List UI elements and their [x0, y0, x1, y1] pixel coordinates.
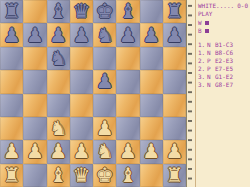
square-f5[interactable]: [116, 70, 139, 93]
black-pawn-piece[interactable]: ♟: [26, 24, 44, 47]
player-row-b: B: [198, 28, 248, 33]
black-rook-piece[interactable]: ♜: [165, 0, 183, 23]
square-f2[interactable]: ♟: [116, 140, 139, 163]
chess-app-window: ♜♝♛♚♝♜♟♟♟♟♞♟♟♟♞♟♞♟♟♟♟♟♞♟♟♟♜♝♛♚♝♜ WHITE..…: [0, 0, 250, 187]
notation-panel: WHITE..... 0-0 PLAY WB 1.NB1-C31.NB8-C62…: [186, 0, 250, 187]
move-row[interactable]: 3.NG8-E7: [198, 80, 248, 88]
square-h3[interactable]: [163, 117, 186, 140]
white-bishop-piece[interactable]: ♝: [119, 164, 137, 187]
square-c8[interactable]: ♝: [47, 0, 70, 23]
move-text: E7-E5: [215, 65, 248, 72]
black-queen-piece[interactable]: ♛: [72, 0, 90, 23]
square-d5[interactable]: [70, 70, 93, 93]
move-text: G8-E7: [215, 81, 248, 88]
white-bishop-piece[interactable]: ♝: [49, 164, 67, 187]
square-f6[interactable]: [116, 47, 139, 70]
square-c3[interactable]: ♞: [47, 117, 70, 140]
square-g6[interactable]: [140, 47, 163, 70]
square-a8[interactable]: ♜: [0, 0, 23, 23]
black-pawn-piece[interactable]: ♟: [49, 24, 67, 47]
player-label: W: [198, 19, 202, 26]
square-g8[interactable]: [140, 0, 163, 23]
square-f4[interactable]: [116, 94, 139, 117]
move-number: 1.: [198, 41, 207, 48]
white-rook-piece[interactable]: ♜: [3, 164, 21, 187]
square-d4[interactable]: [70, 94, 93, 117]
square-b1[interactable]: [23, 164, 46, 187]
square-h1[interactable]: ♜: [163, 164, 186, 187]
square-b5[interactable]: [23, 70, 46, 93]
spiral-binding: [188, 0, 196, 187]
square-c5[interactable]: [47, 70, 70, 93]
panel-content: WHITE..... 0-0 PLAY WB 1.NB1-C31.NB8-C62…: [196, 0, 250, 187]
side-to-move-label: WHITE.....: [198, 2, 234, 9]
move-row[interactable]: 3.NG1-E2: [198, 72, 248, 80]
square-b2[interactable]: ♟: [23, 140, 46, 163]
square-d1[interactable]: ♛: [70, 164, 93, 187]
white-pawn-piece[interactable]: ♟: [96, 117, 114, 140]
move-row[interactable]: 2.PE2-E3: [198, 56, 248, 64]
black-pawn-piece[interactable]: ♟: [165, 24, 183, 47]
square-d7[interactable]: ♟: [70, 23, 93, 46]
square-a7[interactable]: ♟: [0, 23, 23, 46]
square-a1[interactable]: ♜: [0, 164, 23, 187]
square-b4[interactable]: [23, 94, 46, 117]
black-pawn-piece[interactable]: ♟: [72, 24, 90, 47]
square-e1[interactable]: ♚: [93, 164, 116, 187]
black-pawn-piece[interactable]: ♟: [119, 24, 137, 47]
white-rook-piece[interactable]: ♜: [165, 164, 183, 187]
square-c1[interactable]: ♝: [47, 164, 70, 187]
square-e8[interactable]: ♚: [93, 0, 116, 23]
square-e2[interactable]: ♞: [93, 140, 116, 163]
square-g2[interactable]: ♟: [140, 140, 163, 163]
move-piece-letter: N: [207, 49, 215, 56]
white-king-piece[interactable]: ♚: [96, 164, 114, 187]
square-c6[interactable]: ♞: [47, 47, 70, 70]
square-h7[interactable]: ♟: [163, 23, 186, 46]
player-swatch-icon: [205, 29, 209, 33]
move-piece-letter: N: [207, 73, 215, 80]
white-pawn-piece[interactable]: ♟: [142, 140, 160, 163]
square-b6[interactable]: [23, 47, 46, 70]
white-pawn-piece[interactable]: ♟: [3, 140, 21, 163]
move-piece-letter: P: [207, 57, 215, 64]
move-row[interactable]: 2.PE7-E5: [198, 64, 248, 72]
move-text: E2-E3: [215, 57, 248, 64]
player-row-w: W: [198, 20, 248, 25]
chess-board[interactable]: ♜♝♛♚♝♜♟♟♟♟♞♟♟♟♞♟♞♟♟♟♟♟♞♟♟♟♜♝♛♚♝♜: [0, 0, 186, 187]
square-c2[interactable]: ♟: [47, 140, 70, 163]
square-g4[interactable]: [140, 94, 163, 117]
move-number: 2.: [198, 57, 207, 64]
move-piece-letter: P: [207, 65, 215, 72]
player-swatch-icon: [205, 21, 209, 25]
move-text: B1-C3: [215, 41, 248, 48]
square-a3[interactable]: [0, 117, 23, 140]
square-b8[interactable]: [23, 0, 46, 23]
square-d2[interactable]: ♟: [70, 140, 93, 163]
move-text: B8-C6: [215, 49, 248, 56]
white-pawn-piece[interactable]: ♟: [26, 140, 44, 163]
black-pawn-piece[interactable]: ♟: [3, 24, 21, 47]
square-h5[interactable]: [163, 70, 186, 93]
player-rows: WB: [198, 20, 248, 33]
square-e6[interactable]: [93, 47, 116, 70]
white-pawn-piece[interactable]: ♟: [72, 140, 90, 163]
square-a5[interactable]: [0, 70, 23, 93]
square-e7[interactable]: ♞: [93, 23, 116, 46]
square-b3[interactable]: [23, 117, 46, 140]
square-d3[interactable]: [70, 117, 93, 140]
white-queen-piece[interactable]: ♛: [72, 164, 90, 187]
square-d6[interactable]: [70, 47, 93, 70]
score-label: 0-0: [237, 2, 248, 9]
black-knight-piece[interactable]: ♞: [49, 47, 67, 70]
move-piece-letter: N: [207, 81, 215, 88]
square-g7[interactable]: ♟: [140, 23, 163, 46]
square-h6[interactable]: [163, 47, 186, 70]
square-h8[interactable]: ♜: [163, 0, 186, 23]
square-f8[interactable]: ♝: [116, 0, 139, 23]
move-number: 1.: [198, 49, 207, 56]
square-e5[interactable]: ♟: [93, 70, 116, 93]
square-h2[interactable]: ♟: [163, 140, 186, 163]
square-f7[interactable]: ♟: [116, 23, 139, 46]
white-pawn-piece[interactable]: ♟: [165, 140, 183, 163]
square-e4[interactable]: [93, 94, 116, 117]
move-number: 2.: [198, 65, 207, 72]
move-number: 3.: [198, 73, 207, 80]
panel-header: WHITE..... 0-0: [198, 2, 248, 9]
square-f3[interactable]: [116, 117, 139, 140]
black-rook-piece[interactable]: ♜: [3, 0, 21, 23]
black-pawn-piece[interactable]: ♟: [96, 70, 114, 93]
white-pawn-piece[interactable]: ♟: [49, 140, 67, 163]
move-piece-letter: N: [207, 41, 215, 48]
black-pawn-piece[interactable]: ♟: [142, 24, 160, 47]
square-b7[interactable]: ♟: [23, 23, 46, 46]
square-h4[interactable]: [163, 94, 186, 117]
square-f1[interactable]: ♝: [116, 164, 139, 187]
square-g5[interactable]: [140, 70, 163, 93]
move-text: G1-E2: [215, 73, 248, 80]
square-d8[interactable]: ♛: [70, 0, 93, 23]
square-a6[interactable]: [0, 47, 23, 70]
square-a4[interactable]: [0, 94, 23, 117]
black-bishop-piece[interactable]: ♝: [119, 0, 137, 23]
square-a2[interactable]: ♟: [0, 140, 23, 163]
square-c4[interactable]: [47, 94, 70, 117]
square-c7[interactable]: ♟: [47, 23, 70, 46]
move-row[interactable]: 1.NB8-C6: [198, 48, 248, 56]
square-e3[interactable]: ♟: [93, 117, 116, 140]
square-g1[interactable]: [140, 164, 163, 187]
mode-label[interactable]: PLAY: [198, 10, 248, 17]
player-label: B: [198, 27, 202, 34]
black-king-piece[interactable]: ♚: [96, 0, 114, 23]
white-knight-piece[interactable]: ♞: [49, 117, 67, 140]
move-number: 3.: [198, 81, 207, 88]
move-list: 1.NB1-C31.NB8-C62.PE2-E32.PE7-E53.NG1-E2…: [198, 40, 248, 88]
white-pawn-piece[interactable]: ♟: [119, 140, 137, 163]
square-g3[interactable]: [140, 117, 163, 140]
move-row[interactable]: 1.NB1-C3: [198, 40, 248, 48]
white-knight-piece[interactable]: ♞: [96, 140, 114, 163]
black-bishop-piece[interactable]: ♝: [49, 0, 67, 23]
black-knight-piece[interactable]: ♞: [96, 24, 114, 47]
